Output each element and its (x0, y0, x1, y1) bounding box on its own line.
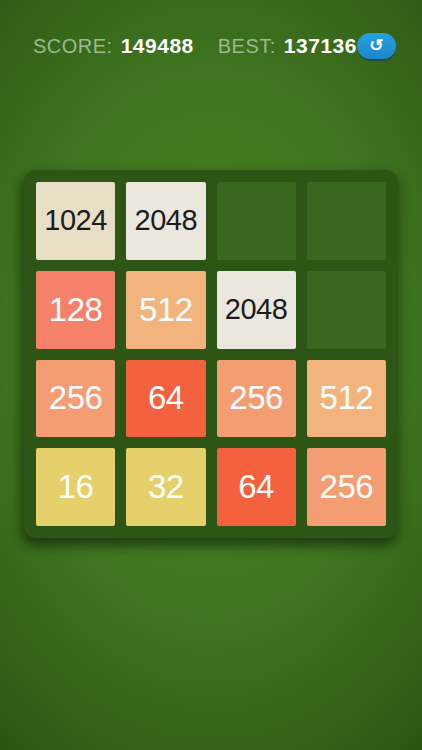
tile-256: 256 (217, 360, 296, 438)
tile-512: 512 (307, 360, 386, 438)
best-display: BEST: 137136 (218, 34, 357, 58)
tile-16: 16 (36, 448, 115, 526)
tile-value: 2048 (135, 204, 198, 237)
tile-value: 128 (49, 291, 103, 329)
empty-cell (307, 182, 386, 260)
board[interactable]: 10242048128512204825664256512163264256 (24, 170, 398, 538)
tile-64: 64 (217, 448, 296, 526)
restart-icon: ↺ (369, 37, 383, 54)
tile-value: 32 (148, 468, 184, 506)
tile-2048: 2048 (217, 271, 296, 349)
tile-2048: 2048 (126, 182, 205, 260)
tile-value: 256 (49, 379, 103, 417)
tile-value: 512 (139, 291, 193, 329)
tile-value: 64 (238, 468, 274, 506)
empty-cell (307, 271, 386, 349)
tile-value: 16 (58, 468, 94, 506)
tile-64: 64 (126, 360, 205, 438)
tile-value: 2048 (225, 293, 288, 326)
score-display: SCORE: 149488 (33, 34, 194, 58)
tile-32: 32 (126, 448, 205, 526)
tile-value: 64 (148, 379, 184, 417)
restart-button[interactable]: ↺ (357, 33, 396, 59)
score-value: 149488 (121, 34, 194, 58)
tile-value: 256 (320, 468, 374, 506)
tile-1024: 1024 (36, 182, 115, 260)
tile-128: 128 (36, 271, 115, 349)
tile-value: 1024 (44, 204, 107, 237)
empty-cell (217, 182, 296, 260)
game-screen: SCORE: 149488 BEST: 137136 ↺ 10242048128… (0, 0, 422, 750)
tile-256: 256 (307, 448, 386, 526)
score-label: SCORE: (33, 35, 113, 58)
tile-512: 512 (126, 271, 205, 349)
tile-value: 512 (320, 379, 374, 417)
best-value: 137136 (284, 34, 357, 58)
best-label: BEST: (218, 35, 276, 58)
tile-256: 256 (36, 360, 115, 438)
tile-value: 256 (229, 379, 283, 417)
header-bar: SCORE: 149488 BEST: 137136 ↺ (33, 32, 396, 60)
